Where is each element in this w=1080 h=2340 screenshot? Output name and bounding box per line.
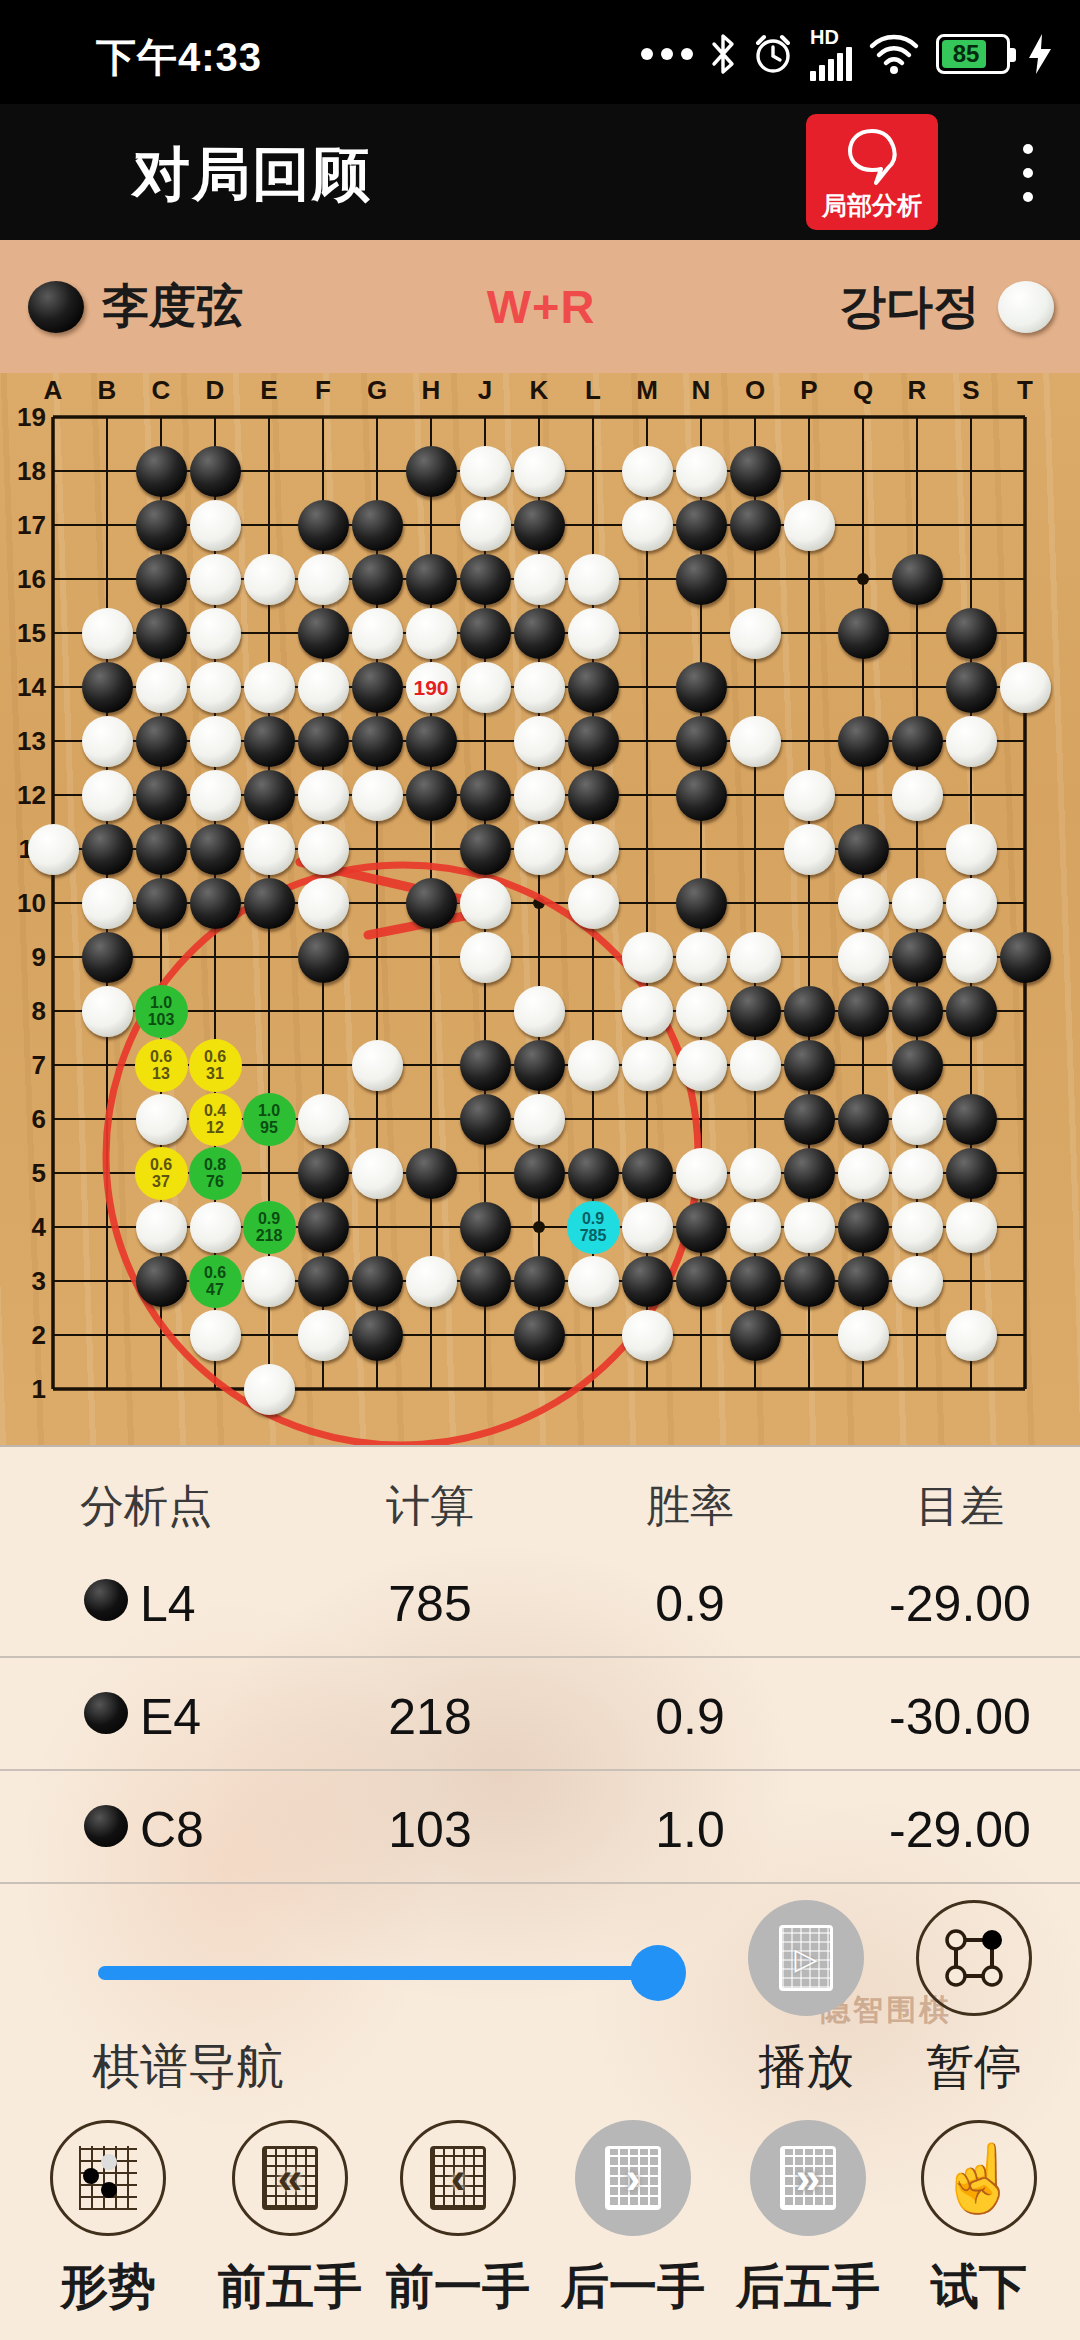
white-stone-C4	[136, 1202, 187, 1253]
white-stone-B8	[82, 986, 133, 1037]
charging-bolt-icon	[1026, 32, 1054, 76]
black-stone-S8	[946, 986, 997, 1037]
white-stone-E3	[244, 1256, 295, 1307]
black-stone-L14	[568, 662, 619, 713]
black-stone-S5	[946, 1148, 997, 1199]
black-stone-K3	[514, 1256, 565, 1307]
white-stone-D2	[190, 1310, 241, 1361]
black-stone-T9	[1000, 932, 1051, 983]
black-stone-N14	[676, 662, 727, 713]
move-number-label-H14: 190	[405, 661, 458, 714]
white-stone-J9	[460, 932, 511, 983]
white-stone-E11	[244, 824, 295, 875]
white-stone-T14	[1000, 662, 1051, 713]
black-stone-H12	[406, 770, 457, 821]
black-stone-S15	[946, 608, 997, 659]
white-stone-P12	[784, 770, 835, 821]
white-stone-A11	[28, 824, 79, 875]
analysis-mark-D3: 0.647	[189, 1255, 242, 1308]
forward-one-button[interactable]: ›	[575, 2120, 691, 2236]
black-stone-N17	[676, 500, 727, 551]
status-icons: HD 85	[640, 26, 1054, 82]
black-stone-G14	[352, 662, 403, 713]
black-stone-P6	[784, 1094, 835, 1145]
situation-label: 形势	[18, 2255, 198, 2319]
row-winrate: 1.0	[610, 1801, 770, 1859]
white-player-name: 강다정	[839, 275, 980, 338]
analysis-mark-D7: 0.631	[189, 1039, 242, 1092]
white-stone-O4	[730, 1202, 781, 1253]
white-stone-K16	[514, 554, 565, 605]
white-stone-B12	[82, 770, 133, 821]
white-stone-K11	[514, 824, 565, 875]
black-stone-G2	[352, 1310, 403, 1361]
black-stone-N16	[676, 554, 727, 605]
row-point: L4	[140, 1575, 196, 1633]
analysis-panel: 分析点 计算 胜率 目差 L4 785 0.9 -29.00 E4 218 0.…	[0, 1445, 1080, 2340]
white-stone-C14	[136, 662, 187, 713]
white-stone-M8	[622, 986, 673, 1037]
white-stone-D16	[190, 554, 241, 605]
black-stone-C10	[136, 878, 187, 929]
row-winrate: 0.9	[610, 1575, 770, 1633]
black-stone-B11	[82, 824, 133, 875]
black-stone-P5	[784, 1148, 835, 1199]
white-stone-G15	[352, 608, 403, 659]
forward-five-button[interactable]: »	[750, 2120, 866, 2236]
play-button[interactable]: ▷	[748, 1900, 864, 2016]
row-score: -29.00	[860, 1801, 1060, 1859]
hd-label: HD	[810, 27, 839, 47]
white-stone-P4	[784, 1202, 835, 1253]
table-row-C8[interactable]: C8 103 1.0 -29.00	[0, 1771, 1080, 1884]
white-stone-L15	[568, 608, 619, 659]
black-stone-C3	[136, 1256, 187, 1307]
white-stone-F14	[298, 662, 349, 713]
black-stone-F5	[298, 1148, 349, 1199]
row-stone-icon	[84, 1579, 128, 1621]
game-result: W+R	[487, 279, 596, 334]
black-stone-P8	[784, 986, 835, 1037]
analysis-mark-L4: 0.9785	[567, 1201, 620, 1254]
black-player-stone-icon	[28, 281, 84, 333]
row-score: -30.00	[860, 1688, 1060, 1746]
analysis-mark-E4: 0.9218	[243, 1201, 296, 1254]
try-move-label: 试下	[889, 2255, 1069, 2319]
white-stone-J17	[460, 500, 511, 551]
white-stone-D13	[190, 716, 241, 767]
white-stone-G7	[352, 1040, 403, 1091]
black-stone-J3	[460, 1256, 511, 1307]
black-stone-E10	[244, 878, 295, 929]
black-stone-C16	[136, 554, 187, 605]
board-next-icon: ›	[605, 2146, 661, 2210]
white-stone-P11	[784, 824, 835, 875]
back-five-label: 前五手	[200, 2255, 380, 2319]
white-stone-F10	[298, 878, 349, 929]
white-stone-E14	[244, 662, 295, 713]
black-stone-N4	[676, 1202, 727, 1253]
white-stone-H15	[406, 608, 457, 659]
analysis-mark-C7: 0.613	[135, 1039, 188, 1092]
black-stone-N13	[676, 716, 727, 767]
white-stone-S11	[946, 824, 997, 875]
screen: 下午4:33 HD 85 对局回顾 局部分析 李度弦 W+R	[0, 0, 1080, 2340]
more-dots-icon	[640, 47, 694, 61]
white-stone-N7	[676, 1040, 727, 1091]
row-visits: 218	[340, 1688, 520, 1746]
black-stone-R7	[892, 1040, 943, 1091]
white-stone-F6	[298, 1094, 349, 1145]
black-stone-D11	[190, 824, 241, 875]
speech-bubble-icon	[840, 127, 904, 187]
white-stone-D15	[190, 608, 241, 659]
black-stone-N10	[676, 878, 727, 929]
black-stone-L13	[568, 716, 619, 767]
black-stone-J11	[460, 824, 511, 875]
white-stone-O5	[730, 1148, 781, 1199]
black-stone-D10	[190, 878, 241, 929]
black-stone-E12	[244, 770, 295, 821]
white-stone-L10	[568, 878, 619, 929]
black-stone-O2	[730, 1310, 781, 1361]
black-stone-H18	[406, 446, 457, 497]
white-stone-N5	[676, 1148, 727, 1199]
back-one-label: 前一手	[368, 2255, 548, 2319]
black-player-name: 李度弦	[102, 275, 243, 338]
black-stone-K5	[514, 1148, 565, 1199]
white-stone-B13	[82, 716, 133, 767]
black-stone-R16	[892, 554, 943, 605]
black-stone-C15	[136, 608, 187, 659]
white-stone-M9	[622, 932, 673, 983]
white-stone-Q5	[838, 1148, 889, 1199]
black-stone-N12	[676, 770, 727, 821]
white-stone-Q10	[838, 878, 889, 929]
battery-icon: 85	[936, 34, 1010, 74]
white-stone-L7	[568, 1040, 619, 1091]
forward-one-label: 后一手	[543, 2255, 723, 2319]
white-stone-M4	[622, 1202, 673, 1253]
black-stone-R8	[892, 986, 943, 1037]
white-stone-F2	[298, 1310, 349, 1361]
black-stone-O3	[730, 1256, 781, 1307]
row-point: C8	[140, 1801, 204, 1859]
black-stone-R9	[892, 932, 943, 983]
back-one-button[interactable]: ‹	[400, 2120, 516, 2236]
hand-icon: ☝	[938, 2145, 1020, 2211]
black-stone-K15	[514, 608, 565, 659]
back-five-button[interactable]: «	[232, 2120, 348, 2236]
menu-icon[interactable]	[998, 128, 1058, 218]
white-stone-S2	[946, 1310, 997, 1361]
white-stone-R5	[892, 1148, 943, 1199]
white-stone-N18	[676, 446, 727, 497]
black-stone-F4	[298, 1202, 349, 1253]
white-stone-S13	[946, 716, 997, 767]
white-stone-K8	[514, 986, 565, 1037]
black-stone-J6	[460, 1094, 511, 1145]
slider-thumb[interactable]	[630, 1945, 686, 2001]
white-stone-M7	[622, 1040, 673, 1091]
row-stone-icon	[84, 1805, 128, 1847]
white-stone-O13	[730, 716, 781, 767]
white-stone-G5	[352, 1148, 403, 1199]
black-stone-G13	[352, 716, 403, 767]
pause-icon	[942, 1926, 1006, 1990]
play-icon: ▷	[779, 1925, 833, 1991]
white-stone-K18	[514, 446, 565, 497]
white-stone-L3	[568, 1256, 619, 1307]
row-score: -29.00	[860, 1575, 1060, 1633]
black-stone-R13	[892, 716, 943, 767]
white-stone-F12	[298, 770, 349, 821]
page-title: 对局回顾	[132, 136, 372, 214]
board-prev-icon: ‹	[430, 2146, 486, 2210]
black-stone-H16	[406, 554, 457, 605]
col-header-score: 目差	[880, 1477, 1040, 1536]
black-stone-K17	[514, 500, 565, 551]
black-stone-Q6	[838, 1094, 889, 1145]
black-stone-G3	[352, 1256, 403, 1307]
row-point: E4	[140, 1688, 201, 1746]
white-stone-H3	[406, 1256, 457, 1307]
white-stone-K6	[514, 1094, 565, 1145]
analysis-mark-C5: 0.637	[135, 1147, 188, 1200]
black-stone-P3	[784, 1256, 835, 1307]
black-stone-D18	[190, 446, 241, 497]
white-stone-D4	[190, 1202, 241, 1253]
black-stone-L5	[568, 1148, 619, 1199]
white-stone-N8	[676, 986, 727, 1037]
white-stone-O7	[730, 1040, 781, 1091]
black-stone-M3	[622, 1256, 673, 1307]
black-stone-C12	[136, 770, 187, 821]
black-stone-M5	[622, 1148, 673, 1199]
black-stone-F9	[298, 932, 349, 983]
white-stone-M18	[622, 446, 673, 497]
black-stone-B14	[82, 662, 133, 713]
white-stone-B10	[82, 878, 133, 929]
col-header-visits: 计算	[340, 1477, 520, 1536]
black-stone-H13	[406, 716, 457, 767]
black-stone-E13	[244, 716, 295, 767]
player-bar: 李度弦 W+R 강다정	[0, 240, 1080, 373]
white-stone-B15	[82, 608, 133, 659]
white-stone-D14	[190, 662, 241, 713]
white-stone-K12	[514, 770, 565, 821]
black-stone-Q13	[838, 716, 889, 767]
white-stone-P17	[784, 500, 835, 551]
black-stone-O8	[730, 986, 781, 1037]
row-winrate: 0.9	[610, 1688, 770, 1746]
white-stone-Q9	[838, 932, 889, 983]
white-stone-R10	[892, 878, 943, 929]
white-stone-O9	[730, 932, 781, 983]
black-stone-B9	[82, 932, 133, 983]
row-stone-icon	[84, 1692, 128, 1734]
row-visits: 785	[340, 1575, 520, 1633]
black-stone-H10	[406, 878, 457, 929]
white-stone-C6	[136, 1094, 187, 1145]
white-stone-G12	[352, 770, 403, 821]
white-stone-K13	[514, 716, 565, 767]
black-stone-F15	[298, 608, 349, 659]
black-stone-J16	[460, 554, 511, 605]
analysis-mark-C8: 1.0103	[135, 985, 188, 1038]
black-stone-Q3	[838, 1256, 889, 1307]
white-stone-E16	[244, 554, 295, 605]
signal-icon: HD	[810, 27, 852, 81]
analysis-mark-D5: 0.876	[189, 1147, 242, 1200]
black-stone-G16	[352, 554, 403, 605]
black-stone-J7	[460, 1040, 511, 1091]
black-stone-Q8	[838, 986, 889, 1037]
analysis-mark-E6: 1.095	[243, 1093, 296, 1146]
black-stone-J12	[460, 770, 511, 821]
white-stone-O15	[730, 608, 781, 659]
white-stone-S4	[946, 1202, 997, 1253]
situation-button[interactable]	[50, 2120, 166, 2236]
pause-label: 暂停	[916, 2035, 1032, 2099]
col-header-point: 分析点	[80, 1477, 212, 1536]
black-stone-O17	[730, 500, 781, 551]
board-ffwd-icon: »	[780, 2146, 836, 2210]
go-board[interactable]: ABCDEFGHJKLMNOPQRST 19181716151413121110…	[0, 373, 1080, 1445]
row-visits: 103	[340, 1801, 520, 1859]
black-stone-P7	[784, 1040, 835, 1091]
white-stone-R12	[892, 770, 943, 821]
white-stone-L16	[568, 554, 619, 605]
black-stone-Q11	[838, 824, 889, 875]
black-stone-J4	[460, 1202, 511, 1253]
board-rewind-icon: «	[262, 2146, 318, 2210]
black-stone-S14	[946, 662, 997, 713]
white-stone-R6	[892, 1094, 943, 1145]
app-bar: 对局回顾 局部分析	[0, 104, 1080, 240]
black-stone-C18	[136, 446, 187, 497]
black-stone-N3	[676, 1256, 727, 1307]
white-stone-J10	[460, 878, 511, 929]
pause-button[interactable]	[916, 1900, 1032, 2016]
wifi-icon	[868, 32, 920, 76]
black-stone-C11	[136, 824, 187, 875]
white-stone-S9	[946, 932, 997, 983]
black-stone-C17	[136, 500, 187, 551]
black-stone-Q15	[838, 608, 889, 659]
black-stone-H5	[406, 1148, 457, 1199]
black-stone-G17	[352, 500, 403, 551]
table-row-L4[interactable]: L4 785 0.9 -29.00	[0, 1545, 1080, 1658]
white-stone-J14	[460, 662, 511, 713]
analysis-mark-D6: 0.412	[189, 1093, 242, 1146]
black-stone-K2	[514, 1310, 565, 1361]
black-stone-L12	[568, 770, 619, 821]
black-stone-S6	[946, 1094, 997, 1145]
black-stone-F17	[298, 500, 349, 551]
black-stone-O18	[730, 446, 781, 497]
white-stone-Q2	[838, 1310, 889, 1361]
white-stone-M2	[622, 1310, 673, 1361]
analysis-badge-label: 局部分析	[822, 189, 922, 222]
white-stone-F16	[298, 554, 349, 605]
white-stone-S10	[946, 878, 997, 929]
bluetooth-icon	[710, 33, 736, 75]
white-stone-M17	[622, 500, 673, 551]
table-row-E4[interactable]: E4 218 0.9 -30.00	[0, 1658, 1080, 1771]
white-stone-D12	[190, 770, 241, 821]
slider-label: 棋谱导航	[92, 2035, 284, 2099]
status-time: 下午4:33	[96, 30, 262, 85]
black-stone-F3	[298, 1256, 349, 1307]
black-stone-F13	[298, 716, 349, 767]
status-bar: 下午4:33 HD 85	[0, 0, 1080, 104]
white-stone-K14	[514, 662, 565, 713]
board-stones-icon	[79, 2146, 137, 2210]
black-stone-Q4	[838, 1202, 889, 1253]
white-stone-E1	[244, 1364, 295, 1415]
white-stone-R3	[892, 1256, 943, 1307]
white-stone-F11	[298, 824, 349, 875]
white-player-stone-icon	[998, 281, 1054, 333]
black-stone-J15	[460, 608, 511, 659]
alarm-icon	[752, 33, 794, 75]
white-stone-R4	[892, 1202, 943, 1253]
black-stone-C13	[136, 716, 187, 767]
forward-five-label: 后五手	[718, 2255, 898, 2319]
col-header-winrate: 胜率	[610, 1477, 770, 1536]
white-stone-D17	[190, 500, 241, 551]
try-move-button[interactable]: ☝	[921, 2120, 1037, 2236]
white-stone-J18	[460, 446, 511, 497]
local-analysis-button[interactable]: 局部分析	[806, 114, 938, 230]
white-stone-N9	[676, 932, 727, 983]
black-stone-K7	[514, 1040, 565, 1091]
play-label: 播放	[748, 2035, 864, 2099]
white-stone-L11	[568, 824, 619, 875]
